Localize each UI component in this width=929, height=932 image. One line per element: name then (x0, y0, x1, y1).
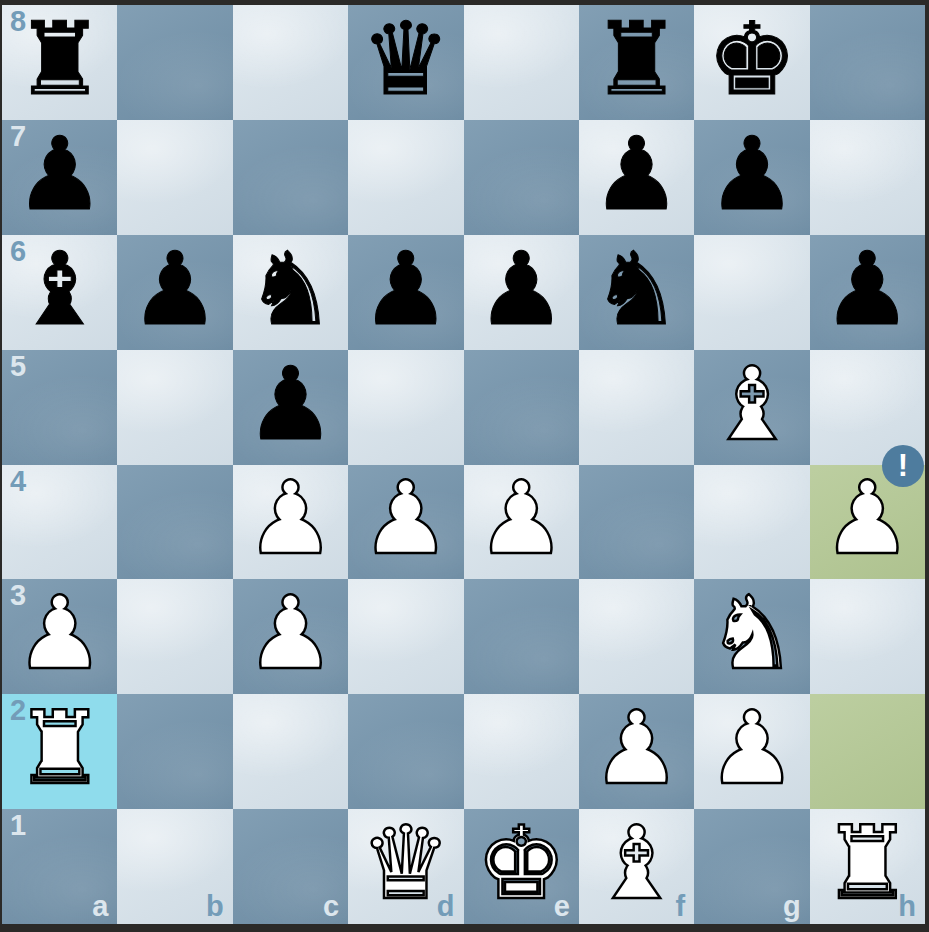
square-d6[interactable]: ♟ (348, 235, 463, 350)
square-h8[interactable] (810, 5, 925, 120)
square-h3[interactable] (810, 579, 925, 694)
square-b5[interactable] (117, 350, 232, 465)
square-f2[interactable]: ♟ (579, 694, 694, 809)
square-e8[interactable] (464, 5, 579, 120)
rank-label-1: 1 (10, 809, 26, 842)
file-label-b: b (206, 890, 224, 923)
square-d8[interactable]: ♛ (348, 5, 463, 120)
square-g4[interactable] (694, 465, 809, 580)
square-a3[interactable]: ♟3 (2, 579, 117, 694)
piece-white-knight: ♞ (707, 583, 798, 684)
square-b7[interactable] (117, 120, 232, 235)
square-a2[interactable]: ♜2 (2, 694, 117, 809)
file-label-a: a (92, 890, 108, 923)
square-d4[interactable]: ♟ (348, 465, 463, 580)
piece-white-rook: ♜ (14, 698, 105, 799)
square-h6[interactable]: ♟ (810, 235, 925, 350)
good-move-badge: ! (882, 445, 924, 487)
square-h7[interactable] (810, 120, 925, 235)
square-d3[interactable] (348, 579, 463, 694)
square-d5[interactable] (348, 350, 463, 465)
square-b1[interactable]: b (117, 809, 232, 924)
square-c5[interactable]: ♟ (233, 350, 348, 465)
square-c4[interactable]: ♟ (233, 465, 348, 580)
rank-label-7: 7 (10, 120, 26, 153)
square-c1[interactable]: c (233, 809, 348, 924)
square-d2[interactable] (348, 694, 463, 809)
square-b4[interactable] (117, 465, 232, 580)
square-a6[interactable]: ♝6 (2, 235, 117, 350)
square-f7[interactable]: ♟ (579, 120, 694, 235)
exclamation-icon: ! (898, 450, 908, 481)
piece-white-pawn: ♟ (245, 468, 336, 569)
piece-white-pawn: ♟ (707, 698, 798, 799)
piece-white-pawn: ♟ (361, 468, 452, 569)
piece-black-rook: ♜ (14, 9, 105, 110)
file-label-h: h (898, 890, 916, 923)
piece-black-pawn: ♟ (476, 239, 567, 340)
square-e6[interactable]: ♟ (464, 235, 579, 350)
square-f3[interactable] (579, 579, 694, 694)
rank-label-6: 6 (10, 235, 26, 268)
square-c6[interactable]: ♞ (233, 235, 348, 350)
square-f5[interactable] (579, 350, 694, 465)
rank-label-4: 4 (10, 465, 26, 498)
chess-board: ♜8♛♜♚♟7♟♟♝6♟♞♟♟♞♟5♟♝4♟♟♟♟♟3♟♞♜2♟♟1abc♛d♚… (2, 5, 925, 924)
piece-black-bishop: ♝ (14, 239, 105, 340)
square-a1[interactable]: 1a (2, 809, 117, 924)
square-g8[interactable]: ♚ (694, 5, 809, 120)
file-label-g: g (783, 890, 801, 923)
piece-black-knight: ♞ (591, 239, 682, 340)
piece-white-pawn: ♟ (591, 698, 682, 799)
file-label-e: e (554, 890, 570, 923)
square-g6[interactable] (694, 235, 809, 350)
square-g7[interactable]: ♟ (694, 120, 809, 235)
piece-white-rook: ♜ (822, 813, 913, 914)
square-b6[interactable]: ♟ (117, 235, 232, 350)
square-a7[interactable]: ♟7 (2, 120, 117, 235)
square-e3[interactable] (464, 579, 579, 694)
piece-black-pawn: ♟ (707, 124, 798, 225)
square-c2[interactable] (233, 694, 348, 809)
square-e1[interactable]: ♚e (464, 809, 579, 924)
square-a5[interactable]: 5 (2, 350, 117, 465)
rank-label-5: 5 (10, 350, 26, 383)
square-f1[interactable]: ♝f (579, 809, 694, 924)
piece-black-queen: ♛ (361, 9, 452, 110)
rank-label-2: 2 (10, 694, 26, 727)
square-g5[interactable]: ♝ (694, 350, 809, 465)
piece-black-rook: ♜ (591, 9, 682, 110)
piece-white-king: ♚ (476, 813, 567, 914)
square-e5[interactable] (464, 350, 579, 465)
square-f8[interactable]: ♜ (579, 5, 694, 120)
piece-black-king: ♚ (707, 9, 798, 110)
square-h2[interactable] (810, 694, 925, 809)
square-g1[interactable]: g (694, 809, 809, 924)
piece-black-pawn: ♟ (14, 124, 105, 225)
piece-black-pawn: ♟ (130, 239, 221, 340)
square-b2[interactable] (117, 694, 232, 809)
rank-label-3: 3 (10, 579, 26, 612)
file-label-d: d (437, 890, 455, 923)
piece-white-pawn: ♟ (245, 583, 336, 684)
square-f6[interactable]: ♞ (579, 235, 694, 350)
square-a4[interactable]: 4 (2, 465, 117, 580)
square-e4[interactable]: ♟ (464, 465, 579, 580)
file-label-c: c (323, 890, 339, 923)
square-d7[interactable] (348, 120, 463, 235)
square-f4[interactable] (579, 465, 694, 580)
piece-white-bishop: ♝ (591, 813, 682, 914)
file-label-f: f (676, 890, 686, 923)
piece-white-bishop: ♝ (707, 354, 798, 455)
square-e7[interactable] (464, 120, 579, 235)
piece-black-pawn: ♟ (591, 124, 682, 225)
square-a8[interactable]: ♜8 (2, 5, 117, 120)
square-b3[interactable] (117, 579, 232, 694)
piece-black-knight: ♞ (245, 239, 336, 340)
square-e2[interactable] (464, 694, 579, 809)
piece-black-pawn: ♟ (361, 239, 452, 340)
piece-white-pawn: ♟ (14, 583, 105, 684)
square-c7[interactable] (233, 120, 348, 235)
piece-white-pawn: ♟ (476, 468, 567, 569)
square-g2[interactable]: ♟ (694, 694, 809, 809)
square-h1[interactable]: ♜h (810, 809, 925, 924)
square-b8[interactable] (117, 5, 232, 120)
rank-label-8: 8 (10, 5, 26, 38)
square-c3[interactable]: ♟ (233, 579, 348, 694)
square-c8[interactable] (233, 5, 348, 120)
piece-white-queen: ♛ (361, 813, 452, 914)
square-g3[interactable]: ♞ (694, 579, 809, 694)
square-d1[interactable]: ♛d (348, 809, 463, 924)
piece-black-pawn: ♟ (245, 354, 336, 455)
piece-black-pawn: ♟ (822, 239, 913, 340)
